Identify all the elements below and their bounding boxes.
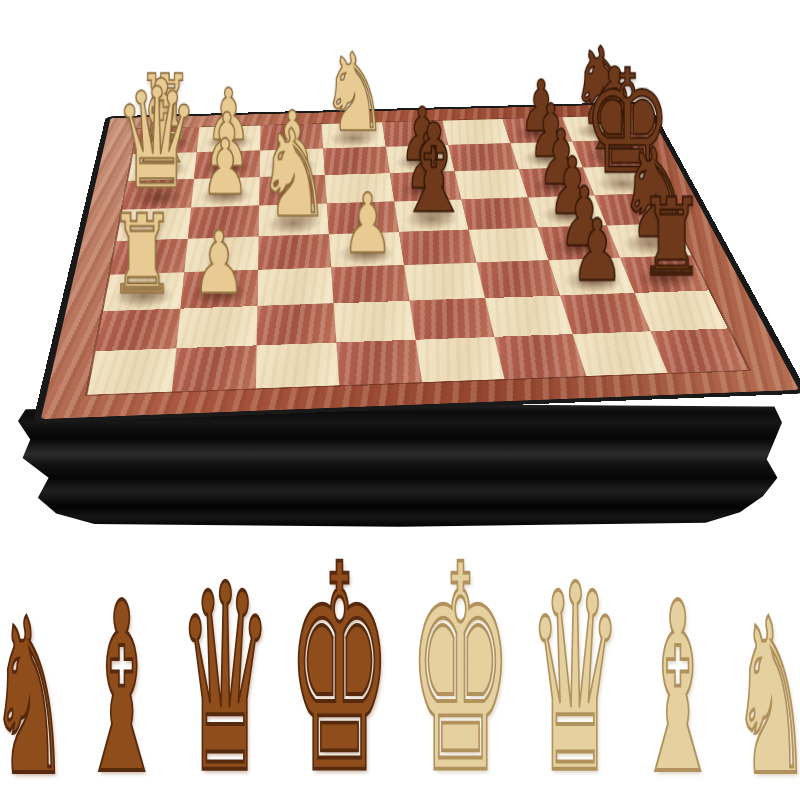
square-h2 — [172, 345, 257, 391]
square-g6 — [485, 296, 573, 337]
board-grid: ♜♟♞♟♞♝♟♟♟♟♝♛♟♟♟♚♞♝♟♟♟♞♜♟♟♜ — [87, 116, 748, 395]
square-f1: ♜ — [103, 272, 184, 311]
light-knight: ♞ — [257, 114, 331, 235]
square-e3 — [258, 234, 331, 270]
square-e4: ♟ — [329, 232, 404, 267]
square-g4 — [334, 301, 416, 343]
dark-bishop: ♝ — [396, 108, 472, 231]
square-e5 — [399, 230, 477, 265]
square-g2 — [176, 306, 257, 348]
square-e6 — [469, 228, 549, 263]
square-f5 — [404, 263, 485, 301]
light-knight: ♞ — [321, 40, 387, 148]
lineup-dark-king: ♚ — [287, 556, 392, 784]
square-h1 — [87, 348, 176, 394]
square-h3 — [256, 343, 339, 389]
square-a4: ♞ — [321, 122, 385, 148]
square-g1 — [96, 309, 181, 352]
square-f6 — [477, 260, 561, 298]
square-f7: ♟ — [549, 258, 635, 296]
light-rook: ♜ — [108, 200, 175, 309]
lineup-light-bishop: ♝ — [635, 597, 721, 784]
chess-board: ♜♟♞♟♞♝♟♟♟♟♝♛♟♟♟♚♞♝♟♟♟♞♜♟♟♜ — [32, 102, 800, 424]
square-d5: ♝ — [394, 199, 468, 232]
lineup-dark-knight: ♞ — [0, 612, 68, 784]
dark-rook: ♜ — [639, 184, 705, 291]
square-d3: ♞ — [259, 204, 329, 237]
square-f8: ♜ — [620, 255, 709, 293]
square-c2: ♟ — [191, 177, 260, 208]
lineup-light-knight: ♞ — [732, 612, 800, 784]
lineup-dark-bishop: ♝ — [79, 597, 165, 784]
light-pawn: ♟ — [342, 183, 393, 266]
square-g5 — [410, 298, 495, 340]
square-g3 — [257, 303, 337, 345]
light-pawn: ♟ — [192, 220, 245, 307]
square-b4 — [323, 147, 390, 175]
board-scene: ♜♟♞♟♞♝♟♟♟♟♝♛♟♟♟♚♞♝♟♟♟♞♜♟♟♜ — [0, 0, 800, 548]
dark-pawn: ♟ — [571, 208, 624, 293]
square-f4 — [331, 265, 409, 303]
lineup-dark-queen: ♛ — [178, 578, 273, 784]
board-frame: ♜♟♞♟♞♝♟♟♟♟♝♛♟♟♟♚♞♝♟♟♟♞♜♟♟♜ — [32, 102, 800, 424]
square-h5 — [416, 337, 505, 382]
piece-lineup: ♟♜♞♝♛♚♚♛♝♞♜♟ — [0, 544, 800, 784]
square-h6 — [494, 334, 586, 379]
light-pawn: ♟ — [201, 129, 248, 206]
light-queen: ♛ — [114, 69, 200, 208]
square-f2: ♟ — [181, 270, 258, 309]
square-h4 — [336, 340, 422, 386]
square-h8 — [650, 328, 748, 372]
square-g8 — [635, 290, 728, 331]
square-f3 — [257, 267, 333, 306]
chess-set-product-photo: ♜♟♞♟♞♝♟♟♟♟♝♛♟♟♟♚♞♝♟♟♟♞♜♟♟♜ ♟♜♞♝♛♚♚♛♝♞♜♟ — [0, 0, 800, 800]
square-d6 — [461, 197, 538, 229]
lineup-light-king: ♚ — [408, 556, 513, 784]
lineup-light-queen: ♛ — [528, 578, 623, 784]
